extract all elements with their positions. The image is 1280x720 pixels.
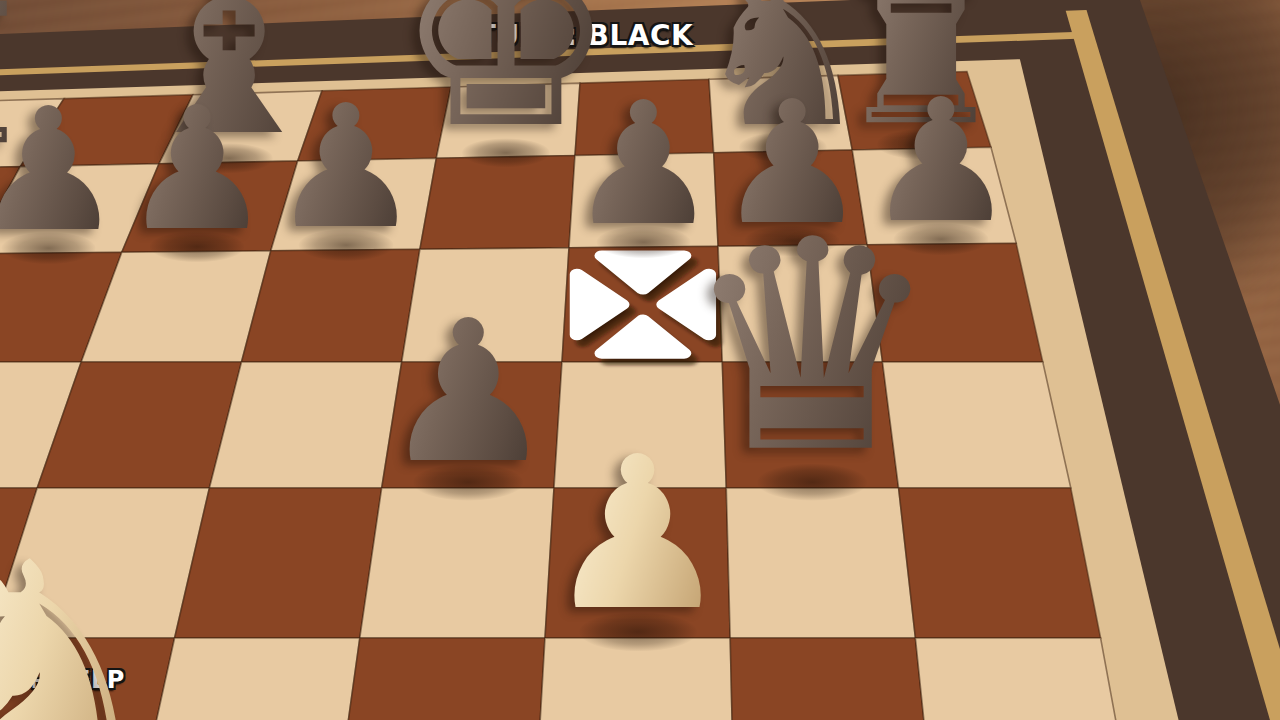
piece-black-pawn-c7[interactable]: ♟ [121,84,273,254]
piece-white-knight-c3[interactable]: ♞ [0,525,168,720]
square-e3[interactable] [336,638,545,720]
chess-game-screen: ♜♝♚♞♜♟♟♟♟♟♟♟♞♟♛♝♟♞ TURN: BLACK + HELP [0,0,1280,720]
square-e4[interactable] [360,488,554,638]
square-d5[interactable] [209,362,401,488]
square-g3[interactable] [730,638,933,720]
square-h3[interactable] [915,638,1132,720]
piece-black-pawn-b7[interactable]: ♟ [0,85,125,255]
piece-black-pawn-e5[interactable]: ♟ [380,294,556,490]
square-d4[interactable] [175,488,382,638]
piece-black-pawn-d7[interactable]: ♟ [270,82,422,252]
piece-white-pawn-f4[interactable]: ♟ [543,429,732,640]
